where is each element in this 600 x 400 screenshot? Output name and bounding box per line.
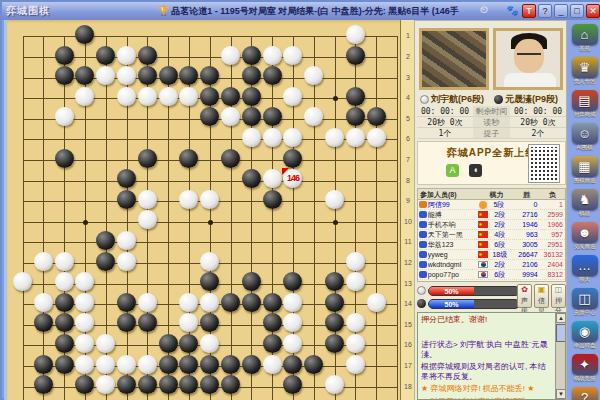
participant-wins: 2106 xyxy=(511,260,538,270)
white-stone xyxy=(304,107,323,126)
black-stone xyxy=(283,272,302,291)
icon-label: 棋战 xyxy=(571,210,597,216)
black-stone xyxy=(117,293,136,312)
side-icon-围棋频道[interactable]: ▦围棋频道 xyxy=(570,156,599,186)
icon-label: 棋战竞猜 xyxy=(571,375,597,381)
black-byoyomi: 20秒 0次 xyxy=(510,117,566,127)
participant-rank: 6段 xyxy=(489,240,510,250)
black-stone xyxy=(34,313,53,332)
participant-losses: 957 xyxy=(538,230,565,240)
black-stone xyxy=(138,46,157,65)
side-icon-帮助[interactable]: ?帮助 xyxy=(570,387,599,400)
coordinate-label: 5 xyxy=(401,115,414,122)
coordinate-label: 10 xyxy=(401,218,414,225)
black-stone xyxy=(221,375,240,394)
participants-header: 参加人员(8) 棋力 胜 负 xyxy=(418,189,565,200)
icon-glyph: ◉ xyxy=(572,321,598,342)
participant-rank: 2段 xyxy=(489,260,510,270)
black-stone xyxy=(117,169,136,188)
white-stone xyxy=(304,66,323,85)
black-stone xyxy=(159,66,178,85)
grid-line xyxy=(23,242,398,243)
coordinate-strip: 12345678910111213141516171819 xyxy=(400,20,414,400)
white-stone xyxy=(283,334,302,353)
white-stone xyxy=(179,293,198,312)
app-banner[interactable]: 弈城APP全新上线 A ◖ xyxy=(417,141,566,185)
icon-glyph: ◫ xyxy=(572,288,598,309)
participant-wins: 1946 xyxy=(510,220,537,230)
medal-icon xyxy=(419,251,427,258)
black-stone xyxy=(200,107,219,126)
icon-label: 对弈商城 xyxy=(571,111,597,117)
white-stone xyxy=(138,293,157,312)
move-number-label: 146 xyxy=(283,173,302,183)
black-stone xyxy=(179,375,198,394)
medal-icon xyxy=(419,211,427,218)
black-stone xyxy=(325,334,344,353)
chat-area[interactable]: 押分已结束。谢谢! 进行状态> 刘宇航`执白 中盘胜`元晟溱。根据弈城规则及对局… xyxy=(417,312,566,400)
participant-name: 阿信99 xyxy=(428,200,479,210)
white-stone xyxy=(346,252,365,271)
chat-line: 1. 对局开始和结束时应打招呼。 xyxy=(421,397,553,400)
white-stone xyxy=(13,272,32,291)
flag-icon xyxy=(478,221,488,228)
white-stone xyxy=(346,128,365,147)
time-label: 剩余时间 xyxy=(473,106,510,116)
black-stone xyxy=(200,66,219,85)
grid-line xyxy=(376,36,377,400)
black-stone xyxy=(346,107,365,126)
white-stone xyxy=(159,87,178,106)
black-stone xyxy=(304,355,323,374)
star-point xyxy=(208,220,213,225)
go-board[interactable]: 12345678910111213141516171819146 xyxy=(4,20,414,400)
white-stone xyxy=(263,355,282,374)
player-black-photo xyxy=(493,28,563,90)
black-stone xyxy=(75,375,94,394)
white-stone xyxy=(346,25,365,44)
white-time: 00: 00: 00 xyxy=(417,106,473,116)
white-stone xyxy=(117,252,136,271)
participant-name: 能搏 xyxy=(428,210,479,220)
scroll-thumb[interactable] xyxy=(556,324,566,342)
participant-losses: 2951 xyxy=(538,240,565,250)
black-stone xyxy=(221,293,240,312)
scroll-up-icon[interactable]: ▲ xyxy=(556,313,566,323)
white-stone xyxy=(263,128,282,147)
chat-line: 押分已结束。谢谢! xyxy=(421,315,553,325)
black-stone xyxy=(263,107,282,126)
icon-glyph: ☻ xyxy=(572,222,598,243)
white-stone xyxy=(117,355,136,374)
icon-label: 茶苑 xyxy=(571,45,597,51)
black-stone xyxy=(159,334,178,353)
icon-glyph: ♞ xyxy=(572,189,598,210)
black-stone xyxy=(242,66,261,85)
participant-losses: 36132 xyxy=(538,250,565,260)
participant-rank: 2段 xyxy=(489,220,510,230)
black-stone xyxy=(96,231,115,250)
minimize-button[interactable]: _ xyxy=(554,4,568,18)
black-captures: 2个 xyxy=(510,128,566,138)
black-stone xyxy=(346,46,365,65)
black-stone xyxy=(55,313,74,332)
icon-glyph: ⌂ xyxy=(572,24,598,45)
black-stone xyxy=(263,293,282,312)
icon-label: AI围棋 xyxy=(571,144,597,150)
black-stone xyxy=(55,355,74,374)
white-stone: 146 xyxy=(283,169,302,188)
byoyomi-label: 读秒 xyxy=(473,117,510,127)
white-stone xyxy=(75,313,94,332)
white-bet-fill: 50% xyxy=(429,287,474,295)
white-stone xyxy=(75,355,94,374)
icon-label: 交友频道 xyxy=(571,243,597,249)
captures-label: 提子 xyxy=(473,128,510,138)
white-stone xyxy=(346,355,365,374)
participant-rank: 5段 xyxy=(488,200,510,210)
white-stone xyxy=(325,128,344,147)
star-point xyxy=(83,220,88,225)
black-stone xyxy=(283,375,302,394)
white-stone xyxy=(179,87,198,106)
participant-wins: 26647 xyxy=(510,250,537,260)
participant-row[interactable]: 手机不响2段19461966 xyxy=(418,220,565,230)
black-stone xyxy=(200,375,219,394)
help-button[interactable]: ? xyxy=(538,4,552,18)
white-stone xyxy=(138,190,157,209)
player-white-name: 刘宇航(P6段) xyxy=(420,93,484,106)
coordinate-label: 17 xyxy=(401,362,414,369)
black-stone xyxy=(221,87,240,106)
star-point xyxy=(333,220,338,225)
participant-name: 手机不响 xyxy=(428,220,479,230)
title-bar[interactable]: 弈城围棋 🏆品茗论道1 - 1195号对局室 对局结果-(白 中盘胜)-分先: … xyxy=(2,2,600,20)
chat-line xyxy=(421,328,553,338)
white-stone xyxy=(283,46,302,65)
black-stone xyxy=(179,334,198,353)
chat-line: 根据弈城规则及对局者的认可, 本结果将不再反复。 xyxy=(421,362,553,381)
clock-icon[interactable]: ⏲ xyxy=(480,4,496,18)
black-stone xyxy=(263,334,282,353)
participant-row[interactable]: 华荔1236段30052951 xyxy=(418,240,565,250)
black-stone xyxy=(242,169,261,188)
black-stone xyxy=(55,149,74,168)
flag-icon xyxy=(479,201,487,209)
black-stone xyxy=(34,375,53,394)
white-bet-bar: 50% xyxy=(428,286,520,296)
black-stone xyxy=(242,87,261,106)
participant-row[interactable]: 阿信995段01 xyxy=(418,200,565,210)
participant-row[interactable]: wkdtndgml2段21062404 xyxy=(418,260,565,270)
app-window: 弈城围棋 🏆品茗论道1 - 1195号对局室 对局结果-(白 中盘胜)-分先: … xyxy=(0,0,600,400)
black-stone xyxy=(242,272,261,291)
white-stone xyxy=(242,128,261,147)
white-stone-icon xyxy=(417,286,426,295)
black-stone xyxy=(55,293,74,312)
participants-list[interactable]: 参加人员(8) 棋力 胜 负 阿信995段01能搏2段27162599手机不响2… xyxy=(417,188,566,282)
side-icon-strip: ⌂茶苑♛贵人专区▤对弈商城☺AI围棋▦围棋频道♞棋战☻交友频道…聊天◫充值中心◉… xyxy=(567,20,600,400)
icon-glyph: ♛ xyxy=(572,57,598,78)
flag-icon xyxy=(478,231,488,238)
tip-button[interactable]: T xyxy=(522,4,536,18)
side-icon-聊天[interactable]: …聊天 xyxy=(570,255,599,285)
side-icon-贵人专区[interactable]: ♛贵人专区 xyxy=(570,57,599,87)
white-stone xyxy=(138,210,157,229)
white-stone xyxy=(200,293,219,312)
black-stone xyxy=(200,313,219,332)
bet-buttons: ✿声援▣信息◫押分 xyxy=(517,284,566,308)
black-stone xyxy=(75,66,94,85)
black-stone xyxy=(159,355,178,374)
white-stone xyxy=(75,293,94,312)
chat-line: 进行状态> 刘宇航`执白 中盘胜`元晟溱。 xyxy=(421,340,553,359)
white-stone xyxy=(117,231,136,250)
black-stone xyxy=(242,107,261,126)
coordinate-label: 9 xyxy=(401,197,414,204)
window-title: 🏆品茗论道1 - 1195号对局室 对局结果-(白 中盘胜)-分先: 黑贴6目半… xyxy=(156,5,459,18)
medal-icon xyxy=(419,271,427,278)
black-stone xyxy=(283,355,302,374)
participant-row[interactable]: 能搏2段27162599 xyxy=(418,210,565,220)
player-black-name: 元晟溱(P9段) xyxy=(494,93,558,106)
coordinate-label: 18 xyxy=(401,383,414,390)
side-icon-交友频道[interactable]: ☻交友频道 xyxy=(570,222,599,252)
side-icon-充值中心[interactable]: ◫充值中心 xyxy=(570,288,599,318)
black-stone xyxy=(138,149,157,168)
white-stone xyxy=(96,375,115,394)
black-stone xyxy=(34,355,53,374)
grid-line xyxy=(397,36,398,400)
black-stone xyxy=(325,313,344,332)
black-stone xyxy=(138,66,157,85)
white-stone xyxy=(346,334,365,353)
participant-losses: 1966 xyxy=(538,220,565,230)
white-stone xyxy=(367,128,386,147)
flag-icon xyxy=(478,241,488,248)
timers-table: 00: 00: 00 剩余时间 00: 00: 00 20秒 0次 读秒 20秒… xyxy=(417,106,566,139)
white-stone xyxy=(138,87,157,106)
participant-name: wkdtndgml xyxy=(428,260,479,270)
black-stone xyxy=(55,46,74,65)
medal-icon xyxy=(419,231,427,238)
black-stone xyxy=(221,355,240,374)
white-stone xyxy=(75,272,94,291)
white-stone xyxy=(75,87,94,106)
white-stone xyxy=(179,190,198,209)
coordinate-label: 8 xyxy=(401,177,414,184)
black-stone xyxy=(159,375,178,394)
participant-row[interactable]: 天下第一黑4段963957 xyxy=(418,230,565,240)
participant-rank: 6段 xyxy=(489,270,510,280)
participant-row[interactable]: popo77po6段99948312 xyxy=(418,270,565,280)
white-stone xyxy=(34,252,53,271)
bet-button-信息[interactable]: ▣信息 xyxy=(534,284,549,308)
black-stone xyxy=(346,87,365,106)
coordinate-label: 2 xyxy=(401,53,414,60)
star-point xyxy=(333,96,338,101)
white-stone xyxy=(283,313,302,332)
white-stone xyxy=(283,87,302,106)
white-stone xyxy=(55,252,74,271)
paw-icon[interactable]: 🐾 xyxy=(505,4,520,18)
icon-label: 贵人专区 xyxy=(571,78,597,84)
black-stone-icon xyxy=(494,95,503,104)
medal-icon xyxy=(419,261,427,268)
player-white-photo xyxy=(419,28,489,90)
black-stone xyxy=(96,252,115,271)
coordinate-label: 1 xyxy=(401,32,414,39)
side-icon-棋战竞猜[interactable]: ✦棋战竞猜 xyxy=(570,354,599,384)
scroll-down-icon[interactable]: ▼ xyxy=(556,389,566,399)
flag-icon xyxy=(478,261,488,268)
icon-glyph: … xyxy=(572,255,598,276)
black-stone xyxy=(283,149,302,168)
button-icon: ◫ xyxy=(552,285,565,296)
white-stone xyxy=(96,334,115,353)
black-stone xyxy=(263,190,282,209)
coordinate-label: 6 xyxy=(401,135,414,142)
white-stone xyxy=(96,66,115,85)
medal-icon xyxy=(419,241,427,248)
side-icon-对弈商城[interactable]: ▤对弈商城 xyxy=(570,90,599,120)
black-stone xyxy=(242,293,261,312)
icon-label: 充值中心 xyxy=(571,309,597,315)
black-stone xyxy=(263,313,282,332)
participant-wins: 963 xyxy=(510,230,537,240)
white-stone xyxy=(200,190,219,209)
icon-glyph: ▦ xyxy=(572,156,598,177)
coordinate-label: 12 xyxy=(401,259,414,266)
chat-scrollbar[interactable]: ▲ ▼ xyxy=(555,313,565,399)
black-stone xyxy=(138,375,157,394)
black-stone xyxy=(55,334,74,353)
trophy-icon: 🏆 xyxy=(158,6,169,16)
white-stone xyxy=(34,293,53,312)
apple-icon: ◖ xyxy=(469,164,482,177)
white-stone xyxy=(221,107,240,126)
coordinate-label: 3 xyxy=(401,74,414,81)
game-info-panel: 刘宇航(P6段) 元晟溱(P9段) 00: 00: 00 剩余时间 00: 00… xyxy=(414,20,567,400)
black-stone xyxy=(200,355,219,374)
android-icon: A xyxy=(446,164,459,177)
white-stone xyxy=(221,46,240,65)
white-stone xyxy=(117,87,136,106)
black-stone xyxy=(96,46,115,65)
white-byoyomi: 20秒 0次 xyxy=(417,117,473,127)
coordinate-label: 7 xyxy=(401,156,414,163)
participant-wins: 9994 xyxy=(511,270,538,280)
coordinate-label: 11 xyxy=(401,238,414,245)
black-stone xyxy=(179,149,198,168)
flag-icon xyxy=(478,251,488,258)
black-stone xyxy=(242,46,261,65)
white-stone xyxy=(325,375,344,394)
coordinate-label: 4 xyxy=(401,94,414,101)
white-stone-icon xyxy=(420,95,429,104)
icon-glyph: ▤ xyxy=(572,90,598,111)
participant-losses: 2404 xyxy=(538,260,565,270)
participant-row[interactable]: yyweg18级2664736132 xyxy=(418,250,565,260)
icon-label: 幸运转盘 xyxy=(571,342,597,348)
white-stone xyxy=(346,272,365,291)
coordinate-label: 14 xyxy=(401,300,414,307)
black-stone xyxy=(263,66,282,85)
medal-icon xyxy=(419,221,427,228)
button-icon: ✿ xyxy=(518,285,531,296)
icon-glyph: ✦ xyxy=(572,354,598,375)
white-stone xyxy=(117,46,136,65)
icon-label: 围棋频道 xyxy=(571,177,597,183)
white-stone xyxy=(200,334,219,353)
button-icon: ▣ xyxy=(535,285,548,296)
chat-line: ★ 弈城网络对弈! 棋品不能丢! ★ xyxy=(421,384,553,394)
white-stone xyxy=(367,293,386,312)
icon-glyph: ? xyxy=(572,387,598,400)
white-stone xyxy=(96,355,115,374)
icon-label: 聊天 xyxy=(571,276,597,282)
black-stone xyxy=(242,355,261,374)
black-stone xyxy=(117,190,136,209)
flag-icon xyxy=(478,211,488,218)
icon-glyph: ☺ xyxy=(572,123,598,144)
participant-losses: 8312 xyxy=(538,270,565,280)
participant-name: 天下第一黑 xyxy=(428,230,479,240)
participant-rank: 2段 xyxy=(489,210,510,220)
white-stone xyxy=(263,46,282,65)
participant-losses: 1 xyxy=(537,200,565,210)
white-stone xyxy=(55,272,74,291)
participant-wins: 0 xyxy=(510,200,538,210)
flag-icon xyxy=(478,271,488,278)
bet-button-押分[interactable]: ◫押分 xyxy=(551,284,566,308)
participant-losses: 2599 xyxy=(538,210,565,220)
black-time: 00: 00: 00 xyxy=(510,106,566,116)
black-stone xyxy=(325,293,344,312)
white-stone xyxy=(325,190,344,209)
black-stone xyxy=(75,25,94,44)
white-stone xyxy=(283,128,302,147)
white-stone xyxy=(179,313,198,332)
black-stone xyxy=(138,313,157,332)
participant-name: yyweg xyxy=(428,250,479,260)
maximize-button[interactable]: □ xyxy=(570,4,584,18)
white-stone xyxy=(346,313,365,332)
close-button[interactable]: ✕ xyxy=(586,4,600,18)
participant-wins: 3005 xyxy=(510,240,537,250)
white-stone xyxy=(117,66,136,85)
qr-code xyxy=(529,145,559,182)
bet-button-声援[interactable]: ✿声援 xyxy=(517,284,532,308)
coordinate-label: 16 xyxy=(401,341,414,348)
black-stone xyxy=(200,87,219,106)
side-icon-茶苑[interactable]: ⌂茶苑 xyxy=(570,24,599,54)
coordinate-label: 13 xyxy=(401,280,414,287)
white-stone xyxy=(200,252,219,271)
black-bet-fill: 50% xyxy=(429,300,474,308)
side-icon-棋战[interactable]: ♞棋战 xyxy=(570,189,599,219)
black-stone xyxy=(179,355,198,374)
black-stone xyxy=(200,272,219,291)
participant-name: 华荔123 xyxy=(428,240,479,250)
white-stone xyxy=(283,293,302,312)
participant-wins: 2716 xyxy=(510,210,537,220)
black-stone xyxy=(117,313,136,332)
side-icon-AI围棋[interactable]: ☺AI围棋 xyxy=(570,123,599,153)
black-stone xyxy=(55,66,74,85)
side-icon-幸运转盘[interactable]: ◉幸运转盘 xyxy=(570,321,599,351)
coordinate-label: 15 xyxy=(401,321,414,328)
